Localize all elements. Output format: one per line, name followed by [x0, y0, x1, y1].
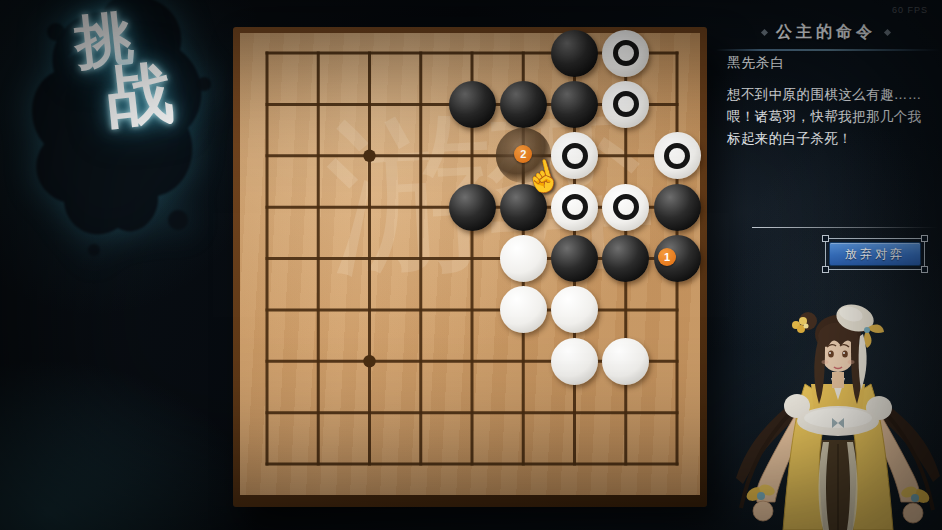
quest-objective: 黑先杀白 [727, 54, 785, 72]
circle-mark-icon [613, 40, 639, 66]
circle-mark-icon [562, 194, 588, 220]
frame-corner-icon [921, 266, 928, 273]
quest-panel: 公主的命令 黑先杀白 想不到中原的围棋这么有趣……喂！诸葛羽，快帮我把那几个我标… [712, 18, 940, 318]
circle-mark-icon [664, 143, 690, 169]
stone-black [602, 235, 649, 282]
stone-white [551, 338, 598, 385]
title-underline [716, 49, 940, 51]
stone-white [500, 235, 547, 282]
stone-black [654, 184, 701, 231]
surrender-button[interactable]: 放弃对弈 [829, 242, 921, 266]
character-portrait [733, 292, 942, 530]
challenge-banner: 挑 战 [8, 0, 248, 278]
stone-white-marked [602, 30, 649, 77]
game-screen: 挑 战 60 FPS 游弈 [0, 0, 942, 530]
frame-corner-icon [822, 235, 829, 242]
hat-ribbon-icon [859, 325, 884, 390]
stone-black [551, 235, 598, 282]
move-badge-2: 2 [514, 145, 532, 163]
diamond-ornament-left-icon [761, 29, 768, 36]
move-badge-1: 1 [658, 248, 676, 266]
frame-corner-icon [921, 235, 928, 242]
stone-black [449, 81, 496, 128]
circle-mark-icon [562, 143, 588, 169]
stone-white [602, 338, 649, 385]
circle-mark-icon [613, 91, 639, 117]
panel-divider [752, 227, 938, 228]
quest-title-row: 公主的命令 [712, 22, 940, 43]
stone-black [449, 184, 496, 231]
stone-white-marked [602, 184, 649, 231]
go-board[interactable]: 游弈 12☝ [233, 27, 707, 507]
board-surface: 游弈 12☝ [240, 33, 700, 495]
surrender-button-frame: 放弃对弈 [825, 238, 925, 270]
stone-white-marked [551, 184, 598, 231]
stone-white-marked [602, 81, 649, 128]
diamond-ornament-right-icon [884, 29, 891, 36]
challenge-char-2: 战 [103, 58, 176, 131]
frame-corner-icon [822, 266, 829, 273]
stones-layer: 12☝ [240, 33, 700, 495]
stone-black [551, 30, 598, 77]
stone-black [551, 81, 598, 128]
stone-white [500, 286, 547, 333]
stone-black [500, 81, 547, 128]
stone-white-marked [654, 132, 701, 179]
fps-counter: 60 FPS [892, 5, 928, 15]
challenge-calligraphy: 挑 战 [72, 6, 176, 134]
circle-mark-icon [613, 194, 639, 220]
quest-dialogue: 想不到中原的围棋这么有趣……喂！诸葛羽，快帮我把那几个我标起来的白子杀死！ [727, 84, 935, 150]
stone-white [551, 286, 598, 333]
quest-title: 公主的命令 [776, 22, 876, 43]
